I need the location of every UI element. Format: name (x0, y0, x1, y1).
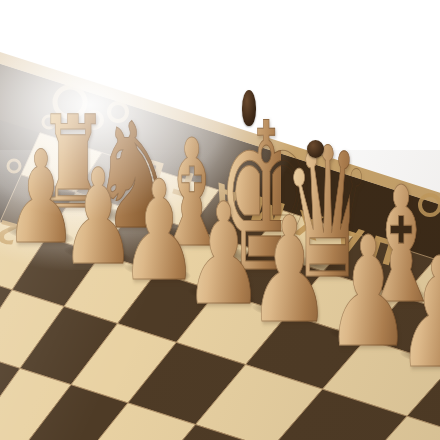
chess-photo-scene: ЫТАМХАШ2 ♜ ♞ ♟ ♝ ♟ ♚ ♟ ♛ ♝ ♟ (0, 0, 440, 440)
chessboard: ЫТАМХАШ2 (0, 0, 440, 440)
